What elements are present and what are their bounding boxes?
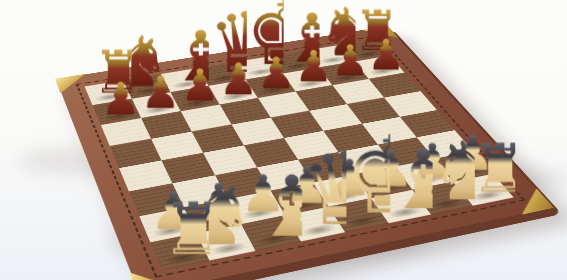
white-bishop: ♝ <box>254 166 302 246</box>
black-pawn: ♟ <box>100 78 141 121</box>
black-pawn: ♟ <box>256 53 296 94</box>
black-pawn: ♟ <box>179 66 219 108</box>
black-pawn: ♟ <box>367 35 406 75</box>
board-grid: ♜♞♝♛♚♝♞♜♟♟♟♟♟♟♟♟♟♟♟♟♟♟♟♟♜♞♝♛♚♝♞♜ <box>84 39 513 270</box>
white-rook: ♜ <box>161 196 210 264</box>
black-pawn: ♟ <box>330 41 369 82</box>
chessboard-frame: ♜♞♝♛♚♝♞♜♟♟♟♟♟♟♟♟♟♟♟♟♟♟♟♟♜♞♝♛♚♝♞♜ <box>56 26 552 280</box>
studio-backdrop: ♜♞♝♛♚♝♞♜♟♟♟♟♟♟♟♟♟♟♟♟♟♟♟♟♜♞♝♛♚♝♞♜ <box>0 0 567 280</box>
black-pawn: ♟ <box>218 59 258 101</box>
black-pawn: ♟ <box>140 72 181 114</box>
black-pawn: ♟ <box>294 47 333 88</box>
inlay-border: ♜♞♝♛♚♝♞♜♟♟♟♟♟♟♟♟♟♟♟♟♟♟♟♟♜♞♝♛♚♝♞♜ <box>75 35 525 278</box>
